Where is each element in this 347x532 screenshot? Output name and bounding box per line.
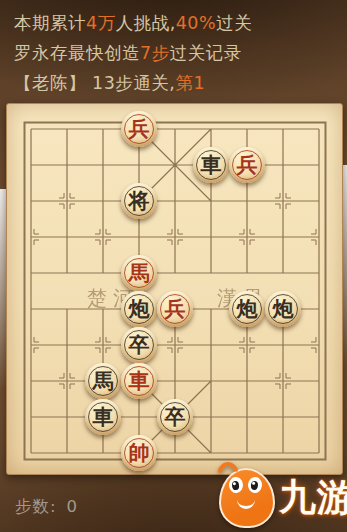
- piece-ring: [124, 330, 154, 360]
- move-counter-value: 0: [67, 497, 79, 516]
- record-line: 罗永存最快创造7步过关记录: [14, 38, 343, 68]
- piece-black-horse[interactable]: 馬: [85, 363, 121, 399]
- piece-ring: [88, 402, 118, 432]
- stats-participants: 4万: [86, 13, 116, 33]
- piece-ring: [88, 366, 118, 396]
- piece-black-cannon[interactable]: 炮: [121, 291, 157, 327]
- piece-ring: [124, 366, 154, 396]
- piece-ring: [124, 438, 154, 468]
- piece-black-cannon[interactable]: 炮: [265, 291, 301, 327]
- piece-ring: [196, 150, 226, 180]
- piece-black-soldier[interactable]: 卒: [157, 399, 193, 435]
- piece-ring: [124, 258, 154, 288]
- move-counter: 步数:0: [15, 496, 78, 518]
- challenge-stats-line: 本期累计4万人挑战,40%过关: [14, 8, 343, 38]
- player-rank: 第1: [175, 73, 205, 93]
- player-result-text: 【老陈】 13步通关,: [14, 73, 175, 93]
- mascot-smile: [237, 497, 255, 509]
- piece-red-soldier[interactable]: 兵: [229, 147, 265, 183]
- piece-black-chariot[interactable]: 車: [193, 147, 229, 183]
- piece-ring: [160, 402, 190, 432]
- piece-black-soldier[interactable]: 卒: [121, 327, 157, 363]
- piece-ring: [124, 114, 154, 144]
- piece-ring: [124, 294, 154, 324]
- record-text: 罗永存最快创造: [14, 43, 140, 63]
- piece-ring: [232, 150, 262, 180]
- 9game-mascot-icon: [219, 468, 275, 528]
- piece-black-general[interactable]: 将: [121, 183, 157, 219]
- piece-ring: [160, 294, 190, 324]
- 9game-logo: 九游: [219, 468, 347, 528]
- stats-text: 本期累计: [14, 13, 86, 33]
- record-text: 过关记录: [170, 43, 242, 63]
- stats-pass-rate: 40%: [176, 13, 216, 33]
- xiangqi-board[interactable]: 楚河 漢界 兵車兵将馬炮兵炮炮卒馬車車卒帥: [6, 103, 343, 475]
- mascot-eye: [247, 476, 263, 493]
- move-counter-label: 步数:: [15, 497, 57, 516]
- endgame-challenge-screen: 本期累计4万人挑战,40%过关 罗永存最快创造7步过关记录 【老陈】 13步通关…: [0, 0, 347, 532]
- piece-ring: [268, 294, 298, 324]
- piece-red-soldier[interactable]: 兵: [157, 291, 193, 327]
- 9game-logo-text: 九游: [279, 473, 347, 523]
- piece-black-chariot[interactable]: 車: [85, 399, 121, 435]
- piece-black-cannon[interactable]: 炮: [229, 291, 265, 327]
- piece-ring: [124, 186, 154, 216]
- piece-red-horse[interactable]: 馬: [121, 255, 157, 291]
- mascot-eye: [228, 476, 244, 493]
- player-result-line: 【老陈】 13步通关,第1: [14, 68, 343, 98]
- stats-text: 过关: [216, 13, 252, 33]
- stats-text: 人挑战,: [116, 13, 176, 33]
- piece-red-general[interactable]: 帥: [121, 435, 157, 471]
- record-steps: 7步: [140, 43, 170, 63]
- piece-red-chariot[interactable]: 車: [121, 363, 157, 399]
- piece-red-soldier[interactable]: 兵: [121, 111, 157, 147]
- challenge-header: 本期累计4万人挑战,40%过关 罗永存最快创造7步过关记录 【老陈】 13步通关…: [14, 8, 343, 98]
- piece-ring: [232, 294, 262, 324]
